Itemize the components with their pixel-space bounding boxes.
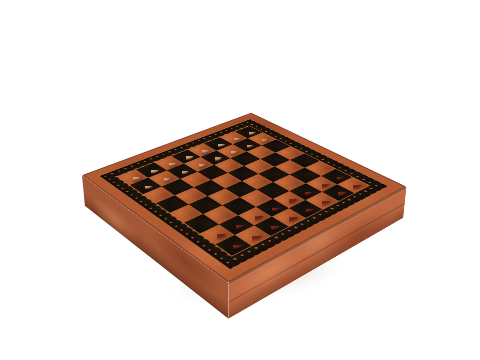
piece-body: ♜ [212,214,256,249]
product-photo: ♜♞♝♛♚♝♞♜♟♟♟♟♟♟♟♟♟♟♟♟♟♟♟♟♜♞♝♛♚♝♞♜ [0,0,480,360]
piece-body: ♟ [126,162,164,188]
scene: ♜♞♝♛♚♝♞♜♟♟♟♟♟♟♟♟♟♟♟♟♟♟♟♟♜♞♝♛♚♝♞♜ [0,0,480,360]
white-rook-icon: ♜ [219,214,247,245]
chess-board-box: ♜♞♝♛♚♝♞♜♟♟♟♟♟♟♟♟♟♟♟♟♟♟♟♟♜♞♝♛♚♝♞♜ [82,113,407,283]
black-pawn-icon: ♟ [135,162,157,186]
